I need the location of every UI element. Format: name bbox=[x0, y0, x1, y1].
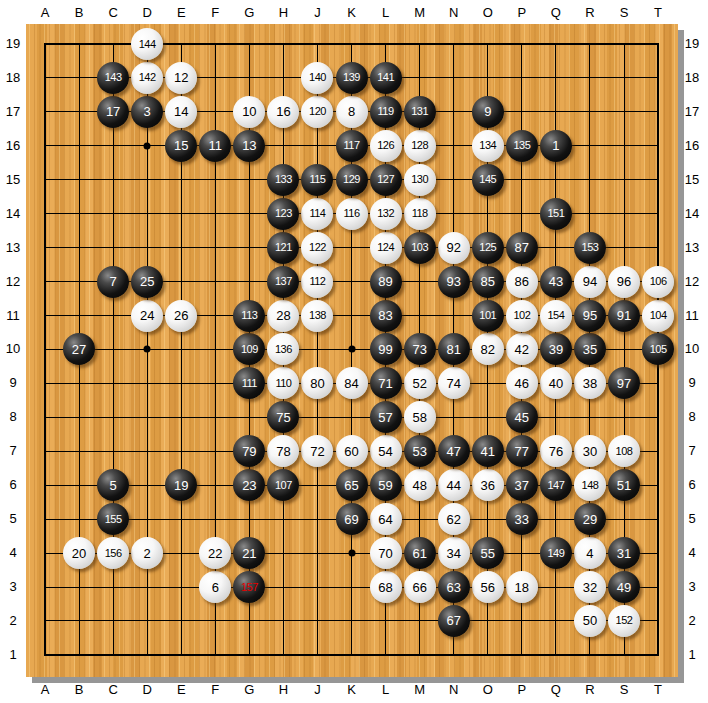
coord-label-left-18: 18 bbox=[2, 71, 24, 85]
coord-label-top-S: S bbox=[620, 6, 629, 20]
move-number: 3 bbox=[144, 105, 151, 118]
stone-white-18: 18 bbox=[506, 571, 538, 603]
stone-white-112: 112 bbox=[301, 266, 333, 298]
stone-black-57: 57 bbox=[370, 401, 402, 433]
stone-black-31: 31 bbox=[608, 537, 640, 569]
star-point bbox=[348, 550, 355, 557]
stone-white-110: 110 bbox=[267, 367, 299, 399]
star-point bbox=[144, 346, 151, 353]
coord-label-right-17: 17 bbox=[681, 105, 703, 119]
move-number: 52 bbox=[412, 377, 426, 390]
move-number: 35 bbox=[583, 343, 597, 356]
stone-black-19: 19 bbox=[165, 469, 197, 501]
coord-label-bottom-N: N bbox=[449, 683, 458, 697]
move-number: 21 bbox=[242, 547, 256, 560]
coord-label-left-7: 7 bbox=[2, 444, 24, 458]
stone-black-101: 101 bbox=[472, 300, 504, 332]
move-number: 99 bbox=[378, 343, 392, 356]
move-number: 143 bbox=[105, 72, 122, 83]
move-number: 115 bbox=[309, 174, 325, 185]
coord-label-right-3: 3 bbox=[681, 580, 703, 594]
coord-label-top-A: A bbox=[41, 6, 50, 20]
stone-white-152: 152 bbox=[608, 605, 640, 637]
stone-white-108: 108 bbox=[608, 435, 640, 467]
stone-black-103: 103 bbox=[404, 232, 436, 264]
stone-black-77: 77 bbox=[506, 435, 538, 467]
stone-black-63: 63 bbox=[438, 571, 470, 603]
coord-label-left-16: 16 bbox=[2, 139, 24, 153]
stone-white-124: 124 bbox=[370, 232, 402, 264]
move-number: 13 bbox=[242, 139, 256, 152]
move-number: 144 bbox=[139, 39, 156, 50]
stone-white-40: 40 bbox=[540, 367, 572, 399]
move-number: 67 bbox=[446, 614, 460, 627]
coord-label-left-13: 13 bbox=[2, 241, 24, 255]
move-number: 155 bbox=[105, 514, 122, 525]
coord-label-top-Q: Q bbox=[551, 6, 561, 20]
coord-label-left-2: 2 bbox=[2, 614, 24, 628]
stone-black-135: 135 bbox=[506, 130, 538, 162]
stone-black-141: 141 bbox=[370, 62, 402, 94]
stone-white-154: 154 bbox=[540, 300, 572, 332]
coord-label-top-K: K bbox=[347, 6, 356, 20]
coord-label-left-9: 9 bbox=[2, 376, 24, 390]
stone-white-14: 14 bbox=[165, 96, 197, 128]
stone-black-133: 133 bbox=[267, 164, 299, 196]
coord-label-right-14: 14 bbox=[681, 207, 703, 221]
coord-label-top-J: J bbox=[314, 6, 321, 20]
coord-label-right-13: 13 bbox=[681, 241, 703, 255]
move-number: 109 bbox=[241, 344, 258, 355]
stone-black-145: 145 bbox=[472, 164, 504, 196]
coord-label-left-12: 12 bbox=[2, 275, 24, 289]
coord-label-bottom-K: K bbox=[347, 683, 356, 697]
stone-white-132: 132 bbox=[370, 198, 402, 230]
stone-white-126: 126 bbox=[370, 130, 402, 162]
stone-white-38: 38 bbox=[574, 367, 606, 399]
stone-white-140: 140 bbox=[301, 62, 333, 94]
move-number: 83 bbox=[378, 309, 392, 322]
move-number: 31 bbox=[617, 547, 631, 560]
stone-black-51: 51 bbox=[608, 469, 640, 501]
stone-white-144: 144 bbox=[131, 28, 163, 60]
stone-white-74: 74 bbox=[438, 367, 470, 399]
move-number: 42 bbox=[515, 343, 529, 356]
coord-label-right-9: 9 bbox=[681, 376, 703, 390]
stone-black-53: 53 bbox=[404, 435, 436, 467]
stone-black-121: 121 bbox=[267, 232, 299, 264]
coord-label-bottom-G: G bbox=[244, 683, 254, 697]
stone-black-39: 39 bbox=[540, 333, 572, 365]
stone-black-55: 55 bbox=[472, 537, 504, 569]
stone-white-58: 58 bbox=[404, 401, 436, 433]
stone-black-91: 91 bbox=[608, 300, 640, 332]
move-number: 30 bbox=[583, 445, 597, 458]
move-number: 112 bbox=[309, 276, 325, 287]
move-number: 152 bbox=[616, 615, 633, 626]
coord-label-right-7: 7 bbox=[681, 444, 703, 458]
stone-white-136: 136 bbox=[267, 333, 299, 365]
stone-black-67: 67 bbox=[438, 605, 470, 637]
stone-white-142: 142 bbox=[131, 62, 163, 94]
stone-white-120: 120 bbox=[301, 96, 333, 128]
stone-black-155: 155 bbox=[97, 503, 129, 535]
move-number: 148 bbox=[582, 480, 599, 491]
move-number: 137 bbox=[275, 276, 292, 287]
move-number: 72 bbox=[310, 445, 324, 458]
coord-label-top-D: D bbox=[142, 6, 151, 20]
stone-black-115: 115 bbox=[301, 164, 333, 196]
move-number: 86 bbox=[515, 275, 529, 288]
move-number: 138 bbox=[309, 310, 326, 321]
move-number: 95 bbox=[583, 309, 597, 322]
stone-white-4: 4 bbox=[574, 537, 606, 569]
move-number: 54 bbox=[378, 445, 392, 458]
coord-label-top-P: P bbox=[517, 6, 526, 20]
move-number: 106 bbox=[650, 276, 667, 287]
coord-label-bottom-C: C bbox=[108, 683, 117, 697]
coord-label-top-T: T bbox=[654, 6, 662, 20]
coord-label-left-17: 17 bbox=[2, 105, 24, 119]
move-number: 25 bbox=[140, 275, 154, 288]
stone-black-29: 29 bbox=[574, 503, 606, 535]
stone-black-13: 13 bbox=[233, 130, 265, 162]
stone-white-104: 104 bbox=[642, 300, 674, 332]
move-number: 14 bbox=[174, 105, 188, 118]
stone-black-15: 15 bbox=[165, 130, 197, 162]
stone-white-26: 26 bbox=[165, 300, 197, 332]
stone-white-70: 70 bbox=[370, 537, 402, 569]
stone-white-94: 94 bbox=[574, 266, 606, 298]
stone-black-9: 9 bbox=[472, 96, 504, 128]
move-number: 92 bbox=[446, 241, 460, 254]
move-number: 78 bbox=[276, 445, 290, 458]
coord-label-left-15: 15 bbox=[2, 173, 24, 187]
coord-label-bottom-R: R bbox=[585, 683, 594, 697]
move-number: 41 bbox=[481, 445, 495, 458]
move-number: 53 bbox=[412, 445, 426, 458]
stone-white-46: 46 bbox=[506, 367, 538, 399]
move-number: 43 bbox=[549, 275, 563, 288]
stone-white-20: 20 bbox=[63, 537, 95, 569]
coord-label-bottom-A: A bbox=[41, 683, 50, 697]
move-number: 10 bbox=[242, 105, 256, 118]
stone-white-62: 62 bbox=[438, 503, 470, 535]
move-number: 139 bbox=[343, 72, 360, 83]
coord-label-right-11: 11 bbox=[681, 309, 703, 323]
move-number: 147 bbox=[547, 480, 564, 491]
coord-label-left-10: 10 bbox=[2, 342, 24, 356]
move-number: 11 bbox=[209, 139, 223, 152]
move-number: 34 bbox=[446, 547, 460, 560]
coord-label-right-4: 4 bbox=[681, 546, 703, 560]
stone-black-117: 117 bbox=[336, 130, 368, 162]
move-number: 129 bbox=[343, 174, 360, 185]
stone-white-16: 16 bbox=[267, 96, 299, 128]
move-number: 76 bbox=[549, 445, 563, 458]
stone-black-89: 89 bbox=[370, 266, 402, 298]
move-number: 114 bbox=[309, 208, 325, 219]
coord-label-top-C: C bbox=[108, 6, 117, 20]
coord-label-right-2: 2 bbox=[681, 614, 703, 628]
move-number: 68 bbox=[378, 581, 392, 594]
move-number: 1 bbox=[552, 139, 559, 152]
coord-label-left-3: 3 bbox=[2, 580, 24, 594]
move-number: 32 bbox=[583, 581, 597, 594]
stone-black-43: 43 bbox=[540, 266, 572, 298]
move-number: 46 bbox=[515, 377, 529, 390]
move-number: 107 bbox=[275, 480, 292, 491]
stone-black-143: 143 bbox=[97, 62, 129, 94]
stone-black-111: 111 bbox=[233, 367, 265, 399]
move-number: 40 bbox=[549, 377, 563, 390]
move-number: 39 bbox=[549, 343, 563, 356]
move-number: 16 bbox=[276, 105, 290, 118]
move-number: 44 bbox=[446, 479, 460, 492]
coord-label-right-1: 1 bbox=[681, 648, 703, 662]
stone-white-12: 12 bbox=[165, 62, 197, 94]
coord-label-bottom-H: H bbox=[279, 683, 288, 697]
stone-black-45: 45 bbox=[506, 401, 538, 433]
move-number: 74 bbox=[446, 377, 460, 390]
stone-white-114: 114 bbox=[301, 198, 333, 230]
stone-black-35: 35 bbox=[574, 333, 606, 365]
coord-label-right-10: 10 bbox=[681, 342, 703, 356]
stone-black-27: 27 bbox=[63, 333, 95, 365]
stone-black-73: 73 bbox=[404, 333, 436, 365]
stone-black-61: 61 bbox=[404, 537, 436, 569]
move-number: 6 bbox=[212, 581, 219, 594]
move-number: 28 bbox=[276, 309, 290, 322]
stone-black-47: 47 bbox=[438, 435, 470, 467]
stone-black-149: 149 bbox=[540, 537, 572, 569]
stone-black-151: 151 bbox=[540, 198, 572, 230]
move-number: 50 bbox=[583, 614, 597, 627]
move-number: 135 bbox=[513, 140, 530, 151]
move-number: 89 bbox=[378, 275, 392, 288]
coord-label-top-R: R bbox=[585, 6, 594, 20]
stone-black-25: 25 bbox=[131, 266, 163, 298]
stone-white-78: 78 bbox=[267, 435, 299, 467]
stone-white-82: 82 bbox=[472, 333, 504, 365]
move-number: 7 bbox=[109, 275, 116, 288]
move-number: 79 bbox=[242, 445, 256, 458]
stone-black-85: 85 bbox=[472, 266, 504, 298]
coord-label-left-8: 8 bbox=[2, 410, 24, 424]
stone-black-3: 3 bbox=[131, 96, 163, 128]
stone-white-42: 42 bbox=[506, 333, 538, 365]
move-number: 156 bbox=[105, 548, 122, 559]
stone-black-49: 49 bbox=[608, 571, 640, 603]
move-number: 154 bbox=[547, 310, 564, 321]
move-number: 136 bbox=[275, 344, 292, 355]
move-number: 51 bbox=[617, 479, 631, 492]
stone-black-99: 99 bbox=[370, 333, 402, 365]
stone-white-138: 138 bbox=[301, 300, 333, 332]
coord-label-bottom-T: T bbox=[654, 683, 662, 697]
coord-label-bottom-L: L bbox=[382, 683, 389, 697]
stone-black-1: 1 bbox=[540, 130, 572, 162]
move-number: 93 bbox=[446, 275, 460, 288]
stone-black-59: 59 bbox=[370, 469, 402, 501]
stone-white-2: 2 bbox=[131, 537, 163, 569]
coord-label-top-N: N bbox=[449, 6, 458, 20]
coord-label-left-6: 6 bbox=[2, 478, 24, 492]
coord-label-right-5: 5 bbox=[681, 512, 703, 526]
coord-label-bottom-O: O bbox=[483, 683, 493, 697]
star-point bbox=[348, 346, 355, 353]
move-number: 125 bbox=[479, 242, 496, 253]
stone-white-32: 32 bbox=[574, 571, 606, 603]
move-number: 61 bbox=[412, 547, 426, 560]
move-number: 15 bbox=[174, 139, 188, 152]
stone-white-22: 22 bbox=[199, 537, 231, 569]
move-number: 62 bbox=[446, 513, 460, 526]
move-number: 84 bbox=[344, 377, 358, 390]
move-number: 157 bbox=[241, 582, 258, 593]
move-number: 64 bbox=[378, 513, 392, 526]
stone-black-87: 87 bbox=[506, 232, 538, 264]
move-number: 105 bbox=[650, 344, 667, 355]
move-number: 126 bbox=[377, 140, 394, 151]
stone-white-48: 48 bbox=[404, 469, 436, 501]
stone-black-93: 93 bbox=[438, 266, 470, 298]
move-number: 18 bbox=[515, 581, 529, 594]
move-number: 123 bbox=[275, 208, 292, 219]
stone-black-7: 7 bbox=[97, 266, 129, 298]
coord-label-left-19: 19 bbox=[2, 37, 24, 51]
move-number: 20 bbox=[72, 547, 86, 560]
coord-label-top-B: B bbox=[75, 6, 84, 20]
stone-black-131: 131 bbox=[404, 96, 436, 128]
coord-label-bottom-P: P bbox=[517, 683, 526, 697]
coord-label-left-11: 11 bbox=[2, 309, 24, 323]
stone-white-72: 72 bbox=[301, 435, 333, 467]
coord-label-right-18: 18 bbox=[681, 71, 703, 85]
coord-label-left-14: 14 bbox=[2, 207, 24, 221]
coord-label-left-4: 4 bbox=[2, 546, 24, 560]
move-number: 5 bbox=[109, 479, 116, 492]
move-number: 19 bbox=[174, 479, 188, 492]
move-number: 102 bbox=[513, 310, 530, 321]
move-number: 60 bbox=[344, 445, 358, 458]
move-number: 133 bbox=[275, 174, 292, 185]
grid-line-horizontal bbox=[44, 417, 659, 418]
move-number: 94 bbox=[583, 275, 597, 288]
move-number: 87 bbox=[515, 241, 529, 254]
move-number: 22 bbox=[208, 547, 222, 560]
coord-label-top-H: H bbox=[279, 6, 288, 20]
move-number: 80 bbox=[310, 377, 324, 390]
move-number: 108 bbox=[616, 446, 633, 457]
stone-black-71: 71 bbox=[370, 367, 402, 399]
stone-white-10: 10 bbox=[233, 96, 265, 128]
move-number: 49 bbox=[617, 581, 631, 594]
stone-black-109: 109 bbox=[233, 333, 265, 365]
stone-white-84: 84 bbox=[336, 367, 368, 399]
move-number: 23 bbox=[242, 479, 256, 492]
grid-line-horizontal bbox=[44, 620, 659, 621]
move-number: 113 bbox=[241, 310, 257, 321]
stone-black-65: 65 bbox=[336, 469, 368, 501]
stone-black-137: 137 bbox=[267, 266, 299, 298]
stone-white-64: 64 bbox=[370, 503, 402, 535]
stone-black-75: 75 bbox=[267, 401, 299, 433]
stone-black-23: 23 bbox=[233, 469, 265, 501]
move-number: 111 bbox=[242, 378, 257, 389]
stone-black-153: 153 bbox=[574, 232, 606, 264]
move-number: 59 bbox=[378, 479, 392, 492]
stone-white-30: 30 bbox=[574, 435, 606, 467]
grid-line-horizontal bbox=[44, 587, 659, 588]
stone-black-119: 119 bbox=[370, 96, 402, 128]
stone-white-52: 52 bbox=[404, 367, 436, 399]
move-number: 119 bbox=[378, 106, 394, 117]
move-number: 36 bbox=[481, 479, 495, 492]
coord-label-top-E: E bbox=[177, 6, 186, 20]
coord-label-bottom-B: B bbox=[75, 683, 84, 697]
move-number: 96 bbox=[617, 275, 631, 288]
move-number: 75 bbox=[276, 411, 290, 424]
grid-line-horizontal bbox=[44, 654, 659, 656]
stone-white-34: 34 bbox=[438, 537, 470, 569]
stone-black-11: 11 bbox=[199, 130, 231, 162]
stone-black-139: 139 bbox=[336, 62, 368, 94]
move-number: 145 bbox=[479, 174, 496, 185]
coord-label-top-M: M bbox=[414, 6, 425, 20]
coord-label-bottom-Q: Q bbox=[551, 683, 561, 697]
move-number: 27 bbox=[72, 343, 86, 356]
move-number: 120 bbox=[309, 106, 326, 117]
move-number: 97 bbox=[617, 377, 631, 390]
move-number: 122 bbox=[309, 242, 326, 253]
move-number: 134 bbox=[479, 140, 496, 151]
coord-label-bottom-M: M bbox=[414, 683, 425, 697]
coord-label-bottom-S: S bbox=[620, 683, 629, 697]
stone-black-113: 113 bbox=[233, 300, 265, 332]
stone-white-68: 68 bbox=[370, 571, 402, 603]
stone-white-56: 56 bbox=[472, 571, 504, 603]
stone-white-122: 122 bbox=[301, 232, 333, 264]
go-board[interactable]: 1234567891011121314151617181920212223242… bbox=[26, 24, 678, 677]
stone-black-69: 69 bbox=[336, 503, 368, 535]
stone-black-107: 107 bbox=[267, 469, 299, 501]
move-number: 66 bbox=[412, 581, 426, 594]
coord-label-bottom-D: D bbox=[142, 683, 151, 697]
move-number: 38 bbox=[583, 377, 597, 390]
coord-label-bottom-J: J bbox=[314, 683, 321, 697]
move-number: 77 bbox=[515, 445, 529, 458]
move-number: 130 bbox=[411, 174, 428, 185]
coord-label-right-8: 8 bbox=[681, 410, 703, 424]
stone-white-86: 86 bbox=[506, 266, 538, 298]
move-number: 71 bbox=[378, 377, 392, 390]
stone-black-41: 41 bbox=[472, 435, 504, 467]
move-number: 69 bbox=[344, 513, 358, 526]
stone-white-8: 8 bbox=[336, 96, 368, 128]
stone-black-97: 97 bbox=[608, 367, 640, 399]
move-number: 8 bbox=[348, 105, 355, 118]
coord-label-top-G: G bbox=[244, 6, 254, 20]
stone-white-28: 28 bbox=[267, 300, 299, 332]
coord-label-right-15: 15 bbox=[681, 173, 703, 187]
coord-label-right-16: 16 bbox=[681, 139, 703, 153]
move-number: 26 bbox=[174, 309, 188, 322]
coord-label-left-1: 1 bbox=[2, 648, 24, 662]
stone-black-125: 125 bbox=[472, 232, 504, 264]
star-point bbox=[144, 142, 151, 149]
move-number: 12 bbox=[174, 71, 188, 84]
